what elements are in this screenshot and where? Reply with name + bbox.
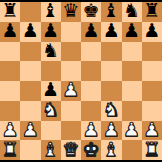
square-b5[interactable] (20, 61, 40, 81)
square-d7[interactable] (61, 22, 81, 42)
black-king-piece: ♚ (83, 2, 100, 20)
black-knight-piece: ♞ (42, 42, 59, 60)
square-a8[interactable]: ♜ (0, 2, 20, 22)
square-b8[interactable] (20, 2, 40, 22)
square-e6[interactable] (81, 42, 101, 62)
square-h7[interactable]: ♟ (142, 22, 162, 42)
square-h6[interactable] (142, 42, 162, 62)
black-knight-piece: ♞ (123, 2, 140, 20)
square-g6[interactable] (122, 42, 142, 62)
square-a7[interactable]: ♟ (0, 22, 20, 42)
chess-board: ♜♝♛♚♝♞♜♟♟♟♟♟♟♟♞♟♟♞♞♟♟♟♟♟♟♜♝♛♚♝♜ (0, 2, 162, 160)
black-pawn-piece: ♟ (2, 22, 19, 40)
white-rook-piece: ♜ (2, 140, 19, 158)
square-g2[interactable]: ♟ (122, 121, 142, 141)
square-d4[interactable]: ♟ (61, 81, 81, 101)
white-pawn-piece: ♟ (143, 121, 160, 139)
square-c3[interactable]: ♞ (41, 101, 61, 121)
square-e3[interactable] (81, 101, 101, 121)
white-queen-piece: ♛ (62, 140, 79, 158)
black-pawn-piece: ♟ (22, 22, 39, 40)
square-c1[interactable]: ♝ (41, 140, 61, 160)
square-b6[interactable] (20, 42, 40, 62)
white-bishop-piece: ♝ (42, 140, 59, 158)
square-f1[interactable]: ♝ (101, 140, 121, 160)
black-pawn-piece: ♟ (123, 22, 140, 40)
square-h4[interactable] (142, 81, 162, 101)
black-queen-piece: ♛ (62, 2, 79, 20)
black-pawn-piece: ♟ (42, 22, 59, 40)
square-c7[interactable]: ♟ (41, 22, 61, 42)
white-rook-piece: ♜ (143, 140, 160, 158)
white-pawn-piece: ♟ (83, 121, 100, 139)
square-c4[interactable]: ♟ (41, 81, 61, 101)
square-f3[interactable]: ♞ (101, 101, 121, 121)
square-b7[interactable]: ♟ (20, 22, 40, 42)
square-f6[interactable] (101, 42, 121, 62)
square-a3[interactable] (0, 101, 20, 121)
square-e2[interactable]: ♟ (81, 121, 101, 141)
square-c2[interactable] (41, 121, 61, 141)
square-d5[interactable] (61, 61, 81, 81)
square-g5[interactable] (122, 61, 142, 81)
square-a1[interactable]: ♜ (0, 140, 20, 160)
square-e4[interactable] (81, 81, 101, 101)
square-h5[interactable] (142, 61, 162, 81)
black-pawn-piece: ♟ (83, 22, 100, 40)
square-f7[interactable]: ♟ (101, 22, 121, 42)
square-a6[interactable] (0, 42, 20, 62)
white-knight-piece: ♞ (103, 101, 120, 119)
square-f8[interactable]: ♝ (101, 2, 121, 22)
square-a4[interactable] (0, 81, 20, 101)
square-d1[interactable]: ♛ (61, 140, 81, 160)
black-pawn-piece: ♟ (143, 22, 160, 40)
square-a5[interactable] (0, 61, 20, 81)
square-g7[interactable]: ♟ (122, 22, 142, 42)
black-pawn-piece: ♟ (103, 22, 120, 40)
white-pawn-piece: ♟ (22, 121, 39, 139)
square-h8[interactable]: ♜ (142, 2, 162, 22)
black-rook-piece: ♜ (143, 2, 160, 20)
square-g3[interactable] (122, 101, 142, 121)
white-pawn-piece: ♟ (103, 121, 120, 139)
square-a2[interactable]: ♟ (0, 121, 20, 141)
square-e5[interactable] (81, 61, 101, 81)
square-e1[interactable]: ♚ (81, 140, 101, 160)
white-knight-piece: ♞ (42, 101, 59, 119)
white-pawn-piece: ♟ (62, 81, 79, 99)
square-d2[interactable] (61, 121, 81, 141)
chess-board-frame: ♜♝♛♚♝♞♜♟♟♟♟♟♟♟♞♟♟♞♞♟♟♟♟♟♟♜♝♛♚♝♜ (0, 0, 162, 162)
square-f5[interactable] (101, 61, 121, 81)
square-b3[interactable] (20, 101, 40, 121)
square-b2[interactable]: ♟ (20, 121, 40, 141)
white-bishop-piece: ♝ (103, 140, 120, 158)
square-h1[interactable]: ♜ (142, 140, 162, 160)
square-f4[interactable] (101, 81, 121, 101)
square-d8[interactable]: ♛ (61, 2, 81, 22)
square-h2[interactable]: ♟ (142, 121, 162, 141)
square-d6[interactable] (61, 42, 81, 62)
square-e7[interactable]: ♟ (81, 22, 101, 42)
square-g1[interactable] (122, 140, 142, 160)
square-e8[interactable]: ♚ (81, 2, 101, 22)
square-g8[interactable]: ♞ (122, 2, 142, 22)
square-b1[interactable] (20, 140, 40, 160)
square-b4[interactable] (20, 81, 40, 101)
square-c5[interactable] (41, 61, 61, 81)
black-pawn-piece: ♟ (42, 81, 59, 99)
square-d3[interactable] (61, 101, 81, 121)
square-f2[interactable]: ♟ (101, 121, 121, 141)
white-pawn-piece: ♟ (123, 121, 140, 139)
white-king-piece: ♚ (83, 140, 100, 158)
square-g4[interactable] (122, 81, 142, 101)
square-c6[interactable]: ♞ (41, 42, 61, 62)
black-bishop-piece: ♝ (103, 2, 120, 20)
black-bishop-piece: ♝ (42, 2, 59, 20)
white-pawn-piece: ♟ (2, 121, 19, 139)
black-rook-piece: ♜ (2, 2, 19, 20)
square-h3[interactable] (142, 101, 162, 121)
square-c8[interactable]: ♝ (41, 2, 61, 22)
